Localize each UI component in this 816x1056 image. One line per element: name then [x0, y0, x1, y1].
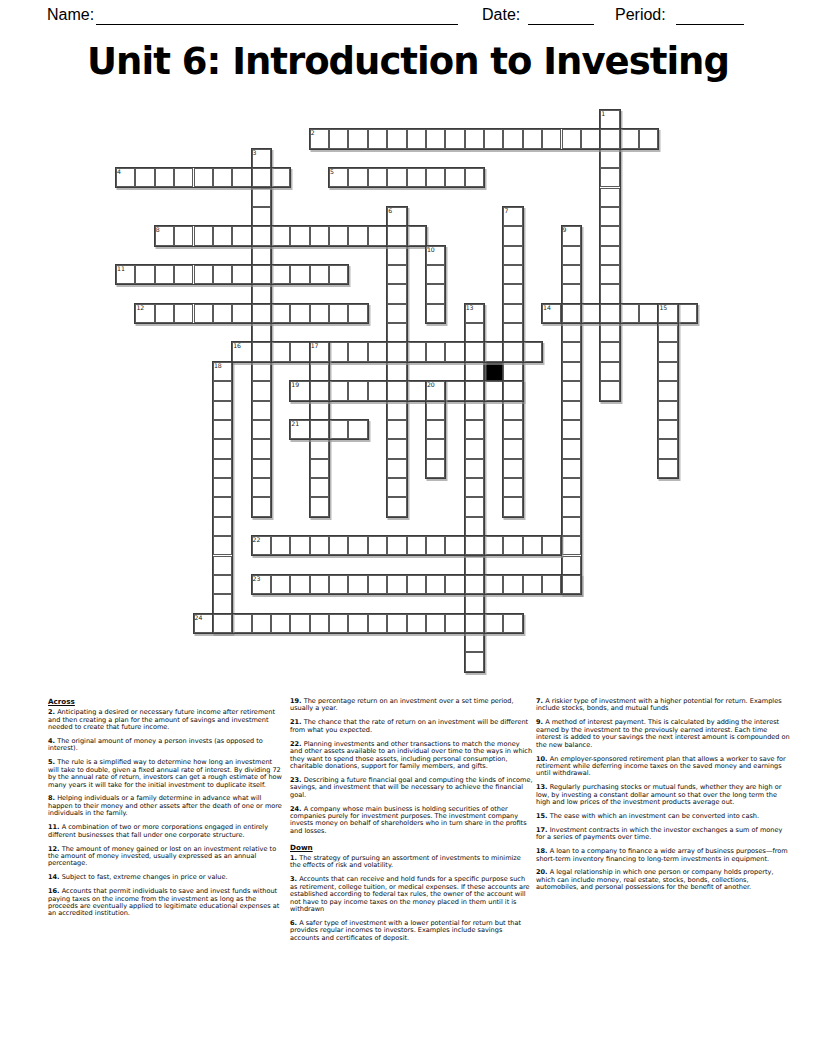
grid-cell[interactable]	[252, 323, 271, 342]
grid-cell[interactable]	[348, 536, 367, 555]
grid-cell[interactable]	[252, 284, 271, 303]
grid-cell[interactable]	[290, 265, 309, 284]
grid-cell[interactable]	[465, 517, 484, 536]
grid-cell[interactable]	[562, 459, 581, 478]
grid-cell[interactable]	[213, 478, 232, 497]
grid-cell[interactable]	[387, 304, 406, 323]
grid-cell[interactable]	[387, 614, 406, 633]
grid-cell[interactable]	[271, 226, 290, 245]
grid-cell[interactable]	[658, 323, 677, 342]
clue-text: Describing a future financial goal and c…	[290, 776, 533, 799]
clue-item-6: 6. A safer type of investment with a low…	[290, 920, 533, 942]
grid-cell[interactable]	[620, 304, 639, 323]
grid-cell[interactable]	[213, 420, 232, 439]
date-input-line[interactable]	[528, 24, 594, 25]
grid-cell[interactable]	[329, 536, 348, 555]
grid-cell[interactable]	[310, 478, 329, 497]
grid-cell[interactable]	[329, 575, 348, 594]
grid-cell[interactable]	[465, 401, 484, 420]
grid-cell[interactable]	[465, 633, 484, 652]
grid-cell[interactable]	[503, 323, 522, 342]
grid-cell[interactable]	[658, 381, 677, 400]
grid-cell[interactable]	[348, 342, 367, 361]
grid-cell[interactable]	[174, 304, 193, 323]
grid-cell[interactable]	[465, 594, 484, 613]
grid-cell[interactable]	[213, 168, 232, 187]
grid-cell[interactable]	[271, 614, 290, 633]
grid-cell[interactable]	[600, 110, 619, 129]
grid-cell[interactable]	[407, 342, 426, 361]
grid-cell[interactable]	[387, 265, 406, 284]
period-input-line[interactable]	[676, 24, 744, 25]
grid-cell[interactable]	[252, 478, 271, 497]
grid-cell[interactable]	[252, 420, 271, 439]
grid-cell[interactable]	[407, 168, 426, 187]
grid-cell[interactable]	[194, 168, 213, 187]
grid-cell[interactable]	[290, 381, 309, 400]
grid-cell[interactable]	[465, 304, 484, 323]
grid-cell[interactable]	[465, 497, 484, 516]
grid-cell[interactable]	[213, 497, 232, 516]
grid-cell[interactable]	[310, 575, 329, 594]
grid-cell[interactable]	[658, 304, 677, 323]
grid-cell[interactable]	[562, 439, 581, 458]
grid-cell[interactable]	[252, 226, 271, 245]
grid-cell[interactable]	[271, 536, 290, 555]
grid-cell[interactable]	[290, 226, 309, 245]
grid-cell[interactable]	[310, 420, 329, 439]
grid-cell[interactable]	[368, 168, 387, 187]
grid-cell[interactable]	[658, 439, 677, 458]
grid-cell[interactable]	[658, 342, 677, 361]
grid-cell[interactable]	[484, 381, 503, 400]
grid-cell[interactable]	[407, 381, 426, 400]
grid-cell[interactable]	[387, 497, 406, 516]
grid-cell[interactable]	[562, 381, 581, 400]
grid-cell[interactable]	[368, 226, 387, 245]
grid-cell[interactable]	[445, 536, 464, 555]
grid-cell[interactable]	[194, 265, 213, 284]
grid-cell[interactable]	[348, 304, 367, 323]
grid-cell[interactable]	[562, 362, 581, 381]
grid-cell[interactable]	[252, 304, 271, 323]
grid-cell[interactable]	[213, 556, 232, 575]
grid-cell[interactable]	[310, 362, 329, 381]
grid-cell[interactable]	[213, 614, 232, 633]
grid-cell[interactable]	[503, 226, 522, 245]
grid-cell[interactable]	[523, 342, 542, 361]
grid-cell[interactable]	[426, 536, 445, 555]
grid-cell[interactable]	[503, 401, 522, 420]
grid-cell[interactable]	[407, 129, 426, 148]
grid-cell[interactable]	[310, 226, 329, 245]
grid-cell[interactable]	[329, 342, 348, 361]
grid-cell[interactable]	[484, 342, 503, 361]
grid-cell[interactable]	[407, 575, 426, 594]
grid-cell[interactable]	[252, 188, 271, 207]
grid-cell[interactable]	[503, 575, 522, 594]
grid-cell[interactable]	[368, 129, 387, 148]
grid-cell[interactable]	[387, 575, 406, 594]
clue-item-15: 15. The ease with which an investment ca…	[536, 813, 791, 820]
grid-cell[interactable]	[387, 381, 406, 400]
clue-item-1: 1. The strategy of pursuing an assortmen…	[290, 855, 533, 870]
grid-cell[interactable]	[562, 478, 581, 497]
grid-cell[interactable]	[426, 284, 445, 303]
grid-cell[interactable]	[407, 614, 426, 633]
grid-cell[interactable]	[600, 246, 619, 265]
grid-cell[interactable]	[426, 439, 445, 458]
grid-cell[interactable]	[174, 226, 193, 245]
grid-cell[interactable]	[600, 362, 619, 381]
grid-cell[interactable]	[542, 129, 561, 148]
grid-cell[interactable]	[213, 401, 232, 420]
grid-cell[interactable]	[426, 246, 445, 265]
grid-cell[interactable]	[503, 478, 522, 497]
grid-cell[interactable]	[503, 614, 522, 633]
grid-cell[interactable]	[252, 401, 271, 420]
grid-cell[interactable]	[387, 207, 406, 226]
grid-cell[interactable]	[155, 304, 174, 323]
grid-cell[interactable]	[562, 517, 581, 536]
grid-cell[interactable]	[445, 129, 464, 148]
grid-cell[interactable]	[213, 304, 232, 323]
grid-cell[interactable]	[290, 342, 309, 361]
grid-cell[interactable]	[503, 459, 522, 478]
clue-text: The ease with which an investment can be…	[548, 812, 759, 820]
grid-cell[interactable]	[213, 226, 232, 245]
grid-cell[interactable]	[562, 556, 581, 575]
grid-cell[interactable]	[232, 265, 251, 284]
grid-cell[interactable]	[484, 575, 503, 594]
grid-cell[interactable]	[252, 536, 271, 555]
grid-cell[interactable]	[213, 362, 232, 381]
grid-cell[interactable]	[213, 536, 232, 555]
grid-cell[interactable]	[387, 342, 406, 361]
grid-cell[interactable]	[678, 304, 697, 323]
clue-item-2: 2. Anticipating a desired or necessary f…	[48, 709, 285, 731]
grid-cell[interactable]	[213, 459, 232, 478]
grid-cell[interactable]	[213, 594, 232, 613]
grid-cell[interactable]	[426, 401, 445, 420]
grid-cell[interactable]	[174, 168, 193, 187]
grid-cell[interactable]	[503, 362, 522, 381]
clue-text: The percentage return on an investment o…	[290, 697, 514, 712]
grid-cell[interactable]	[484, 614, 503, 633]
across-header: Across	[48, 698, 285, 706]
grid-cell[interactable]	[600, 149, 619, 168]
grid-cell[interactable]	[135, 265, 154, 284]
grid-cell[interactable]	[329, 265, 348, 284]
grid-cell[interactable]	[484, 129, 503, 148]
grid-cell[interactable]	[562, 304, 581, 323]
grid-cell[interactable]	[407, 226, 426, 245]
grid-cell[interactable]	[465, 575, 484, 594]
grid-cell[interactable]	[252, 575, 271, 594]
grid-cell[interactable]	[252, 207, 271, 226]
grid-cell[interactable]	[116, 265, 135, 284]
grid-cell[interactable]	[387, 284, 406, 303]
grid-cell[interactable]	[387, 420, 406, 439]
grid-cell[interactable]	[503, 129, 522, 148]
grid-cell[interactable]	[503, 536, 522, 555]
grid-cell[interactable]	[232, 304, 251, 323]
grid-cell[interactable]	[252, 362, 271, 381]
grid-cell[interactable]	[658, 459, 677, 478]
grid-cell[interactable]	[194, 226, 213, 245]
grid-cell[interactable]	[310, 439, 329, 458]
grid-cell[interactable]	[232, 614, 251, 633]
grid-cell[interactable]	[523, 575, 542, 594]
clue-text: A loan to a company to finance a wide ar…	[536, 847, 788, 862]
grid-cell[interactable]	[600, 304, 619, 323]
grid-cell[interactable]	[271, 265, 290, 284]
grid-cell[interactable]	[600, 265, 619, 284]
grid-cell[interactable]	[310, 497, 329, 516]
grid-cell[interactable]	[290, 536, 309, 555]
grid-cell[interactable]	[581, 304, 600, 323]
grid-cell[interactable]	[387, 459, 406, 478]
grid-cell[interactable]	[562, 575, 581, 594]
grid-cell[interactable]	[252, 342, 271, 361]
grid-cell[interactable]	[600, 381, 619, 400]
grid-cell[interactable]	[368, 575, 387, 594]
grid-cell[interactable]	[562, 226, 581, 245]
name-input-line[interactable]	[96, 24, 458, 25]
grid-cell[interactable]	[523, 129, 542, 148]
grid-cell[interactable]	[252, 149, 271, 168]
grid-cell[interactable]	[484, 536, 503, 555]
grid-cell[interactable]	[271, 575, 290, 594]
grid-cell[interactable]	[503, 439, 522, 458]
grid-cell[interactable]	[426, 381, 445, 400]
grid-cell[interactable]	[465, 323, 484, 342]
grid-cell[interactable]	[658, 401, 677, 420]
grid-cell[interactable]	[562, 342, 581, 361]
clue-column-1: Across2. Anticipating a desired or neces…	[48, 698, 285, 924]
grid-cell[interactable]	[465, 362, 484, 381]
grid-cell[interactable]	[348, 226, 367, 245]
grid-cell[interactable]	[310, 401, 329, 420]
grid-cell[interactable]	[620, 129, 639, 148]
grid-cell[interactable]	[465, 614, 484, 633]
grid-cell[interactable]	[465, 459, 484, 478]
grid-cell[interactable]	[387, 168, 406, 187]
grid-cell[interactable]	[503, 381, 522, 400]
grid-cell[interactable]	[503, 207, 522, 226]
grid-cell[interactable]	[465, 439, 484, 458]
grid-cell[interactable]	[387, 401, 406, 420]
grid-cell[interactable]	[600, 207, 619, 226]
grid-cell[interactable]	[639, 304, 658, 323]
grid-cell[interactable]	[310, 381, 329, 400]
grid-cell[interactable]	[503, 265, 522, 284]
grid-cell[interactable]	[387, 226, 406, 245]
grid-cell[interactable]	[116, 168, 135, 187]
grid-cell[interactable]	[658, 420, 677, 439]
grid-cell[interactable]	[232, 226, 251, 245]
grid-cell[interactable]	[329, 304, 348, 323]
grid-cell[interactable]	[562, 536, 581, 555]
grid-cell[interactable]	[426, 614, 445, 633]
grid-cell[interactable]	[562, 265, 581, 284]
grid-cell[interactable]	[465, 420, 484, 439]
grid-cell[interactable]	[387, 478, 406, 497]
grid-cell[interactable]	[329, 129, 348, 148]
grid-cell[interactable]	[348, 614, 367, 633]
grid-cell[interactable]	[523, 536, 542, 555]
grid-cell[interactable]	[310, 459, 329, 478]
grid-cell[interactable]	[271, 342, 290, 361]
grid-cell[interactable]	[252, 265, 271, 284]
grid-cell[interactable]	[465, 168, 484, 187]
grid-cell[interactable]	[387, 129, 406, 148]
grid-cell[interactable]	[542, 536, 561, 555]
grid-cell[interactable]	[445, 614, 464, 633]
grid-cell[interactable]	[542, 575, 561, 594]
grid-cell[interactable]	[348, 381, 367, 400]
grid-cell[interactable]	[600, 323, 619, 342]
grid-cell[interactable]	[252, 246, 271, 265]
grid-cell[interactable]	[562, 129, 581, 148]
grid-cell[interactable]	[348, 420, 367, 439]
grid-cell[interactable]	[194, 614, 213, 633]
grid-cell[interactable]	[348, 129, 367, 148]
grid-cell[interactable]	[155, 168, 174, 187]
grid-cell[interactable]	[387, 246, 406, 265]
grid-cell[interactable]	[310, 129, 329, 148]
grid-cell[interactable]	[271, 304, 290, 323]
grid-cell[interactable]	[562, 246, 581, 265]
grid-cell[interactable]	[465, 556, 484, 575]
grid-cell[interactable]	[232, 168, 251, 187]
grid-cell[interactable]	[600, 168, 619, 187]
grid-cell[interactable]	[213, 517, 232, 536]
grid-cell[interactable]	[465, 381, 484, 400]
grid-cell[interactable]	[348, 168, 367, 187]
grid-cell[interactable]	[426, 459, 445, 478]
grid-cell[interactable]	[310, 304, 329, 323]
grid-cell[interactable]	[290, 304, 309, 323]
clue-text: The strategy of pursuing an assortment o…	[290, 854, 521, 869]
grid-cell[interactable]	[562, 323, 581, 342]
grid-cell[interactable]	[445, 168, 464, 187]
grid-cell[interactable]	[426, 168, 445, 187]
grid-cell[interactable]	[348, 575, 367, 594]
grid-cell[interactable]	[368, 614, 387, 633]
grid-cell[interactable]	[542, 304, 561, 323]
grid-cell[interactable]	[213, 381, 232, 400]
grid-cell[interactable]	[465, 342, 484, 361]
grid-cell[interactable]	[310, 536, 329, 555]
grid-cell[interactable]	[310, 614, 329, 633]
grid-cell[interactable]	[600, 342, 619, 361]
grid-cell[interactable]	[174, 265, 193, 284]
grid-cell[interactable]	[368, 381, 387, 400]
grid-cell[interactable]	[426, 265, 445, 284]
grid-cell[interactable]	[407, 536, 426, 555]
grid-cell[interactable]	[252, 381, 271, 400]
grid-cell[interactable]	[445, 342, 464, 361]
grid-cell[interactable]	[562, 284, 581, 303]
grid-cell[interactable]	[426, 420, 445, 439]
grid-cell[interactable]	[426, 129, 445, 148]
grid-cell[interactable]	[252, 168, 271, 187]
grid-cell[interactable]	[503, 246, 522, 265]
grid-cell[interactable]	[562, 401, 581, 420]
grid-cell[interactable]	[387, 362, 406, 381]
grid-cell[interactable]	[135, 168, 154, 187]
grid-cell[interactable]	[290, 575, 309, 594]
grid-cell[interactable]	[310, 265, 329, 284]
grid-cell[interactable]	[387, 323, 406, 342]
grid-cell[interactable]	[600, 284, 619, 303]
grid-cell[interactable]	[600, 188, 619, 207]
grid-cell[interactable]	[465, 129, 484, 148]
grid-cell[interactable]	[252, 459, 271, 478]
grid-cell[interactable]	[503, 304, 522, 323]
grid-cell[interactable]	[426, 304, 445, 323]
grid-cell[interactable]	[310, 342, 329, 361]
grid-cell[interactable]	[445, 381, 464, 400]
grid-cell[interactable]	[329, 226, 348, 245]
clue-item-23: 23. Describing a future financial goal a…	[290, 777, 533, 799]
grid-cell[interactable]	[368, 342, 387, 361]
grid-cell[interactable]	[387, 536, 406, 555]
grid-cell[interactable]	[329, 168, 348, 187]
grid-cell[interactable]	[503, 342, 522, 361]
grid-cell[interactable]	[290, 614, 309, 633]
grid-cell[interactable]	[329, 420, 348, 439]
grid-cell[interactable]	[658, 362, 677, 381]
grid-cell[interactable]	[426, 342, 445, 361]
grid-cell[interactable]	[213, 265, 232, 284]
grid-cell[interactable]	[252, 439, 271, 458]
grid-cell[interactable]	[426, 575, 445, 594]
grid-cell[interactable]	[329, 614, 348, 633]
grid-cell[interactable]	[155, 265, 174, 284]
grid-cell[interactable]	[445, 575, 464, 594]
clue-text: The chance that the rate of return on an…	[290, 718, 528, 733]
grid-cell[interactable]	[639, 129, 658, 148]
grid-cell[interactable]	[562, 497, 581, 516]
grid-cell[interactable]	[290, 420, 309, 439]
grid-cell[interactable]	[213, 575, 232, 594]
grid-cell[interactable]	[600, 226, 619, 245]
grid-cell[interactable]	[465, 478, 484, 497]
grid-cell[interactable]	[271, 168, 290, 187]
grid-cell[interactable]	[135, 304, 154, 323]
grid-cell[interactable]	[252, 497, 271, 516]
grid-cell[interactable]	[213, 439, 232, 458]
grid-cell[interactable]	[600, 129, 619, 148]
grid-cell[interactable]	[581, 129, 600, 148]
grid-cell[interactable]	[465, 536, 484, 555]
grid-cell[interactable]	[465, 652, 484, 671]
grid-cell[interactable]	[503, 284, 522, 303]
grid-cell[interactable]	[503, 420, 522, 439]
grid-cell[interactable]	[329, 381, 348, 400]
grid-cell[interactable]	[155, 226, 174, 245]
clue-text: The original amount of money a person in…	[48, 737, 263, 752]
grid-cell[interactable]	[232, 342, 251, 361]
grid-cell[interactable]	[252, 614, 271, 633]
grid-cell[interactable]	[368, 536, 387, 555]
grid-cell[interactable]	[503, 497, 522, 516]
grid-cell[interactable]	[562, 420, 581, 439]
grid-cell[interactable]	[387, 439, 406, 458]
grid-cell[interactable]	[194, 304, 213, 323]
